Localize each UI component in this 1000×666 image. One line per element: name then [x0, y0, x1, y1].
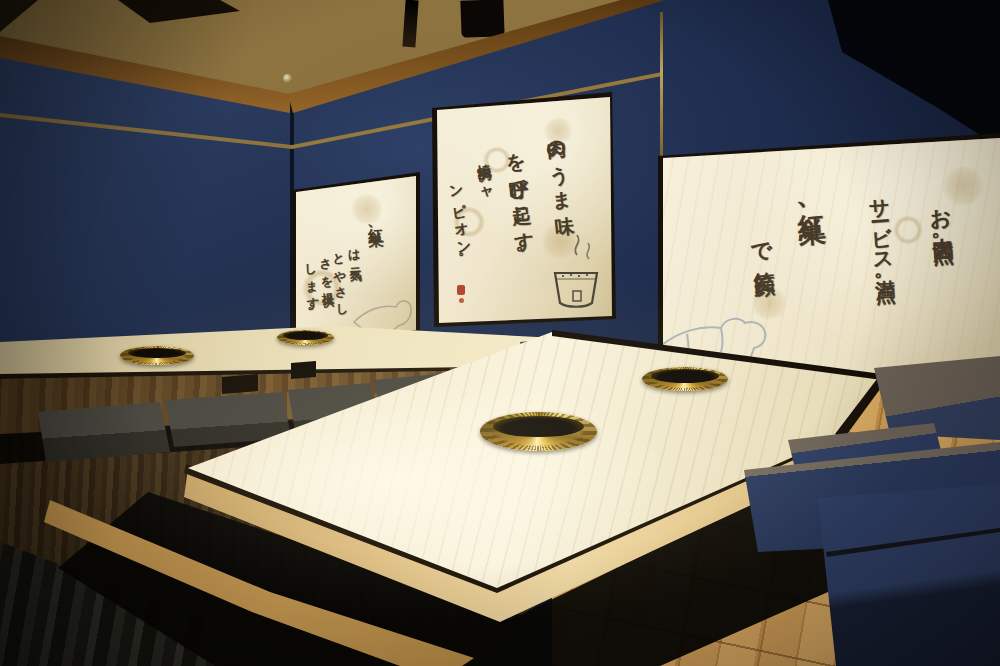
calligraphy-column: 紅巣、	[795, 191, 825, 229]
roaster-ring	[120, 346, 194, 365]
calligraphy-panel-center: 肉のうま味 を呼び起こす。 焼肉チャ ンピオン。	[435, 95, 614, 325]
roaster-opening	[493, 416, 584, 438]
roaster-ring	[277, 330, 334, 345]
shichirin-brazier-sketch	[547, 233, 605, 311]
calligraphy-panel-left: 紅巣、 は元気 とやさし さを提供 します。	[294, 174, 418, 346]
ceiling-speaker	[460, 0, 504, 38]
calligraphy-column: は元気	[347, 241, 361, 265]
restaurant-room-photo: 紅巣、 は元気 とやさし さを提供 します。 肉のうま味 を呼び起こす。 焼肉チ…	[0, 0, 1000, 666]
calligraphy-column: さを提供	[319, 250, 334, 290]
calligraphy-column: サービス満点。	[868, 183, 896, 293]
roaster-ring	[480, 412, 597, 451]
roaster-opening	[283, 331, 327, 339]
calligraphy-column: を呼び起こす。	[504, 138, 536, 266]
calligraphy-column: 紅巣、	[366, 216, 383, 241]
calligraphy-column: お肉満点。	[929, 193, 954, 254]
calligraphy-column: で笑顔に。	[749, 227, 777, 313]
roaster-ring	[642, 367, 728, 391]
roaster-opening	[651, 369, 718, 382]
tea-stain	[893, 216, 923, 244]
sprinkler-head	[283, 74, 292, 83]
calligraphy-column: とやさし	[332, 245, 349, 312]
gold-trim-vertical	[660, 12, 663, 160]
red-seal-mark	[457, 285, 465, 295]
red-seal-dot	[459, 298, 464, 303]
